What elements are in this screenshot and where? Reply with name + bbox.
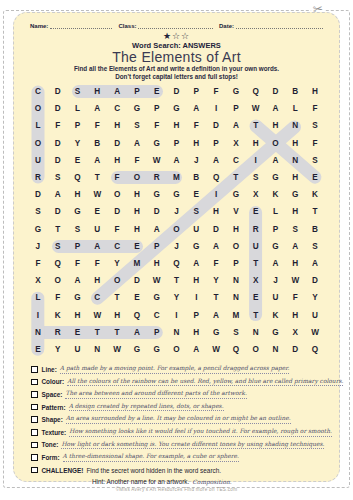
grid-cell: N: [226, 289, 246, 306]
grid-cell: Y: [305, 289, 325, 306]
grid-cell: I: [28, 306, 48, 323]
checklist-item-pattern: Pattern:A design created by repeated lin…: [24, 401, 329, 414]
grid-cell: Q: [48, 255, 68, 272]
grid-cell: F: [28, 255, 48, 272]
grid-cell: D: [305, 272, 325, 289]
grid-cell: D: [48, 203, 68, 220]
letter-grid: CDSHAPEDPFGQDBHODLACGPGAIPWALFLFPFHSFHFD…: [28, 83, 325, 358]
grid-cell: J: [186, 152, 206, 169]
grid-cell: Q: [206, 169, 226, 186]
grid-cell: G: [226, 186, 246, 203]
grid-cell: F: [87, 255, 107, 272]
grid-cell: O: [127, 169, 147, 186]
grid-cell: L: [28, 289, 48, 306]
word-checkbox[interactable]: [31, 442, 38, 449]
grid-cell: K: [266, 186, 286, 203]
grid-cell: V: [226, 203, 246, 220]
grid-cell: N: [87, 341, 107, 358]
grid-cell: H: [186, 135, 206, 152]
grid-cell: C: [107, 238, 127, 255]
grid-cell: T: [246, 306, 266, 323]
grid-cell: F: [107, 169, 127, 186]
grid-cell: Q: [167, 255, 187, 272]
grid-cell: A: [127, 135, 147, 152]
grid-cell: A: [147, 221, 167, 238]
word-label: Texture:: [42, 429, 67, 436]
grid-cell: H: [186, 272, 206, 289]
grid-cell: T: [246, 117, 266, 134]
grid-cell: F: [305, 100, 325, 117]
grid-cell: D: [285, 341, 305, 358]
grid-cell: H: [127, 221, 147, 238]
name-write-line[interactable]: [50, 22, 112, 29]
grid-cell: D: [127, 272, 147, 289]
grid-cell: T: [107, 289, 127, 306]
grid-cell: A: [186, 100, 206, 117]
word-label: Colour:: [42, 378, 65, 385]
grid-cell: G: [147, 135, 167, 152]
grid-cell: N: [266, 341, 286, 358]
grid-cell: S: [48, 238, 68, 255]
class-label: Class:: [118, 23, 136, 29]
grid-cell: S: [246, 169, 266, 186]
worksheet-card: Name: Class: Date: ★☆☆ Word Search: ANSW…: [13, 12, 340, 482]
grid-cell: D: [48, 152, 68, 169]
grid-cell: Y: [68, 135, 88, 152]
grid-cell: X: [285, 324, 305, 341]
grid-cell: S: [48, 169, 68, 186]
grid-cell: H: [246, 135, 266, 152]
grid-cell: Q: [68, 169, 88, 186]
grid-cell: U: [266, 289, 286, 306]
grid-cell: G: [206, 324, 226, 341]
word-checkbox[interactable]: [31, 416, 38, 423]
word-checkbox[interactable]: [31, 379, 38, 386]
grid-cell: H: [127, 203, 147, 220]
grid-cell: Y: [48, 341, 68, 358]
grid-cell: T: [87, 169, 107, 186]
grid-cell: P: [206, 135, 226, 152]
grid-cell: E: [87, 203, 107, 220]
grid-cell: O: [266, 135, 286, 152]
grid-cell: P: [186, 306, 206, 323]
word-definition: A design created by repeated lines, dots…: [69, 403, 224, 412]
grid-cell: H: [285, 135, 305, 152]
word-label: Tone:: [42, 441, 59, 448]
instructions-line-2: Don't forget capital letters and full st…: [24, 73, 329, 81]
grid-cell: F: [48, 289, 68, 306]
grid-cell: S: [68, 221, 88, 238]
grid-cell: X: [246, 272, 266, 289]
grid-cell: E: [68, 324, 88, 341]
grid-cell: L: [266, 203, 286, 220]
grid-cell: H: [186, 324, 206, 341]
grid-cell: P: [68, 117, 88, 134]
grid-cell: D: [28, 186, 48, 203]
grid-cell: N: [226, 272, 246, 289]
grid-cell: P: [147, 100, 167, 117]
grid-cell: A: [206, 238, 226, 255]
grid-cell: P: [127, 83, 147, 100]
grid-cell: E: [305, 169, 325, 186]
grid-cell: W: [305, 324, 325, 341]
grid-cell: A: [48, 186, 68, 203]
word-definition: An area surrounded by a line. It may be …: [66, 415, 291, 424]
grid-cell: G: [285, 186, 305, 203]
grid-cell: A: [305, 255, 325, 272]
page-title: The Elements of Art: [24, 50, 329, 65]
word-definition: How something looks like it would feel i…: [69, 428, 332, 437]
grid-cell: G: [266, 238, 286, 255]
grid-cell: H: [147, 255, 167, 272]
grid-cell: A: [206, 152, 226, 169]
grid-cell: O: [28, 135, 48, 152]
grid-cell: I: [186, 289, 206, 306]
grid-cell: T: [206, 289, 226, 306]
grid-cell: B: [305, 221, 325, 238]
grid-cell: W: [147, 152, 167, 169]
grid-cell: F: [206, 83, 226, 100]
grid-cell: U: [246, 238, 266, 255]
grid-cell: G: [68, 289, 88, 306]
grid-cell: W: [206, 341, 226, 358]
grid-cell: G: [127, 100, 147, 117]
grid-cell: D: [206, 221, 226, 238]
grid-cell: T: [226, 169, 246, 186]
grid-cell: F: [206, 255, 226, 272]
grid-cell: O: [167, 341, 187, 358]
grid-cell: H: [87, 83, 107, 100]
grid-cell: P: [266, 221, 286, 238]
grid-cell: A: [107, 83, 127, 100]
grid-cell: F: [107, 221, 127, 238]
grid-cell: K: [305, 186, 325, 203]
grid-cell: C: [87, 289, 107, 306]
word-checkbox[interactable]: [31, 429, 38, 436]
grid-cell: S: [28, 203, 48, 220]
grid-cell: Q: [305, 341, 325, 358]
grid-cell: O: [48, 272, 68, 289]
grid-cell: F: [186, 117, 206, 134]
word-label: Line:: [42, 366, 57, 373]
grid-cell: D: [48, 100, 68, 117]
grid-cell: G: [28, 221, 48, 238]
grid-cell: D: [107, 203, 127, 220]
grid-cell: O: [246, 341, 266, 358]
grid-cell: A: [226, 117, 246, 134]
challenge-row: CHALLENGE! Find the secret word hidden i…: [24, 464, 329, 477]
grid-cell: M: [226, 306, 246, 323]
grid-cell: S: [285, 221, 305, 238]
grid-cell: D: [48, 83, 68, 100]
grid-cell: E: [28, 341, 48, 358]
grid-cell: A: [266, 255, 286, 272]
grid-cell: U: [28, 152, 48, 169]
grid-cell: J: [167, 238, 187, 255]
word-checklist: Line:A path made by a moving point. For …: [24, 363, 329, 464]
grid-cell: L: [285, 100, 305, 117]
grid-cell: P: [147, 238, 167, 255]
grid-cell: T: [87, 324, 107, 341]
grid-cell: S: [226, 324, 246, 341]
grid-cell: X: [28, 272, 48, 289]
grid-cell: G: [147, 186, 167, 203]
grid-cell: Y: [167, 289, 187, 306]
grid-cell: B: [186, 169, 206, 186]
grid-cell: L: [28, 117, 48, 134]
grid-cell: O: [226, 238, 246, 255]
grid-cell: A: [266, 152, 286, 169]
challenge-hint-row: Hint: Another name for an artwork. Compo…: [24, 476, 329, 487]
grid-cell: F: [147, 117, 167, 134]
grid-cell: B: [87, 135, 107, 152]
checklist-item-tone: Tone:How light or dark something is. You…: [24, 439, 329, 452]
grid-cell: E: [246, 203, 266, 220]
word-definition: A three-dimensional shape. For example, …: [63, 453, 239, 462]
grid-cell: O: [167, 221, 187, 238]
grid-cell: G: [68, 203, 88, 220]
grid-cell: H: [107, 117, 127, 134]
grid-cell: D: [107, 135, 127, 152]
grid-cell: A: [206, 306, 226, 323]
date-write-line[interactable]: [236, 22, 323, 29]
grid-cell: D: [167, 83, 187, 100]
grid-cell: F: [127, 152, 147, 169]
word-checkbox[interactable]: [31, 404, 38, 411]
grid-cell: O: [107, 186, 127, 203]
grid-cell: H: [285, 306, 305, 323]
grid-cell: H: [68, 306, 88, 323]
grid-cell: A: [266, 100, 286, 117]
grid-cell: F: [68, 255, 88, 272]
grid-cell: T: [48, 221, 68, 238]
checklist-item-space: Space:The area between and around differ…: [24, 388, 329, 401]
grid-cell: G: [226, 83, 246, 100]
grid-cell: H: [285, 255, 305, 272]
challenge-answer: Composition.: [192, 479, 231, 485]
grid-cell: P: [226, 255, 246, 272]
grid-cell: G: [167, 100, 187, 117]
grid-cell: H: [107, 306, 127, 323]
name-label: Name:: [30, 23, 48, 29]
grid-cell: R: [246, 221, 266, 238]
grid-cell: W: [87, 186, 107, 203]
grid-cell: Y: [206, 272, 226, 289]
grid-cell: C: [28, 83, 48, 100]
grid-cell: P: [226, 100, 246, 117]
grid-cell: W: [147, 272, 167, 289]
checklist-item-texture: Texture:How something looks like it woul…: [24, 426, 329, 439]
checklist-item-colour: Colour:All the colours of the rainbow ca…: [24, 376, 329, 389]
grid-cell: M: [167, 169, 187, 186]
word-checkbox[interactable]: [31, 391, 38, 398]
grid-cell: O: [28, 100, 48, 117]
word-definition: The area between and around different pa…: [65, 390, 246, 399]
grid-cell: H: [167, 117, 187, 134]
grid-cell: R: [147, 169, 167, 186]
grid-cell: N: [285, 152, 305, 169]
date-label: Date:: [219, 23, 234, 29]
grid-cell: E: [246, 289, 266, 306]
grid-cell: G: [127, 341, 147, 358]
grid-cell: W: [285, 272, 305, 289]
credit-line: ©Miss Avery's Art Resources Find more on…: [0, 487, 353, 492]
word-checkbox[interactable]: [31, 454, 38, 461]
grid-cell: A: [87, 238, 107, 255]
grid-cell: G: [266, 169, 286, 186]
grid-cell: N: [246, 324, 266, 341]
grid-cell: H: [305, 83, 325, 100]
grid-cell: J: [167, 203, 187, 220]
grid-cell: G: [147, 289, 167, 306]
grid-cell: A: [87, 152, 107, 169]
grid-cell: F: [48, 117, 68, 134]
grid-cell: X: [226, 135, 246, 152]
grid-cell: K: [266, 306, 286, 323]
challenge-text: Find the secret word hidden in the word …: [86, 467, 221, 474]
grid-cell: G: [147, 341, 167, 358]
challenge-label: CHALLENGE!: [42, 467, 84, 474]
word-label: Form:: [42, 454, 60, 461]
grid-cell: H: [285, 203, 305, 220]
grid-cell: P: [68, 238, 88, 255]
class-write-line[interactable]: [138, 22, 213, 29]
word-label: Space:: [42, 391, 63, 398]
grid-cell: F: [87, 117, 107, 134]
grid-cell: P: [167, 135, 187, 152]
grid-cell: E: [127, 289, 147, 306]
grid-cell: H: [87, 272, 107, 289]
grid-cell: A: [167, 152, 187, 169]
grid-cell: J: [28, 238, 48, 255]
grid-cell: F: [285, 289, 305, 306]
grid-cell: E: [186, 186, 206, 203]
instructions-line-1: Find all the Elements of Art and write a…: [24, 65, 329, 73]
word-definition: How light or dark something is. You crea…: [61, 441, 324, 450]
grid-cell: E: [127, 238, 147, 255]
grid-cell: S: [68, 83, 88, 100]
checklist-item-shape: Shape:An area surrounded by a line. It m…: [24, 413, 329, 426]
grid-cell: U: [87, 221, 107, 238]
grid-cell: H: [68, 186, 88, 203]
grid-cell: M: [127, 255, 147, 272]
grid-cell: F: [305, 135, 325, 152]
grid-cell: L: [68, 100, 88, 117]
grid-cell: G: [186, 238, 206, 255]
grid-cell: A: [186, 255, 206, 272]
grid-cell: W: [107, 341, 127, 358]
grid-cell: U: [68, 341, 88, 358]
grid-cell: I: [167, 306, 187, 323]
grid-cell: H: [266, 117, 286, 134]
grid-cell: C: [226, 152, 246, 169]
challenge-checkbox[interactable]: [31, 467, 38, 474]
grid-cell: Y: [107, 255, 127, 272]
grid-cell: G: [266, 324, 286, 341]
grid-cell: A: [68, 272, 88, 289]
grid-cell: A: [186, 341, 206, 358]
grid-cell: N: [285, 117, 305, 134]
grid-cell: Q: [127, 306, 147, 323]
grid-cell: S: [305, 152, 325, 169]
grid-cell: K: [48, 306, 68, 323]
grid-cell: A: [127, 324, 147, 341]
grid-cell: H: [226, 221, 246, 238]
grid-cell: A: [285, 238, 305, 255]
word-label: Shape:: [42, 416, 63, 423]
grid-cell: T: [107, 324, 127, 341]
grid-cell: R: [28, 169, 48, 186]
grid-cell: R: [48, 324, 68, 341]
grid-cell: I: [206, 186, 226, 203]
grid-cell: G: [167, 186, 187, 203]
grid-cell: E: [68, 152, 88, 169]
grid-cell: A: [87, 100, 107, 117]
grid-cell: S: [186, 203, 206, 220]
grid-cell: B: [285, 83, 305, 100]
difficulty-stars: ★☆☆: [24, 31, 329, 41]
word-definition: All the colours of the rainbow can be us…: [67, 378, 343, 387]
checklist-item-form: Form:A three-dimensional shape. For exam…: [24, 451, 329, 464]
grid-cell: H: [127, 186, 147, 203]
grid-cell: T: [246, 255, 266, 272]
grid-cell: N: [28, 324, 48, 341]
grid-cell: S: [305, 117, 325, 134]
grid-cell: D: [206, 117, 226, 134]
word-definition: A path made by a moving point. For examp…: [60, 365, 290, 374]
grid-cell: P: [147, 324, 167, 341]
grid-cell: X: [246, 186, 266, 203]
grid-cell: S: [305, 238, 325, 255]
grid-cell: U: [186, 221, 206, 238]
grid-cell: C: [147, 306, 167, 323]
grid-cell: D: [266, 83, 286, 100]
name-class-date-row: Name: Class: Date:: [24, 18, 329, 29]
word-label: Pattern:: [42, 404, 66, 411]
grid-cell: U: [305, 306, 325, 323]
grid-cell: D: [147, 203, 167, 220]
grid-cell: P: [186, 83, 206, 100]
grid-cell: C: [107, 100, 127, 117]
grid-cell: Q: [246, 83, 266, 100]
grid-cell: H: [107, 152, 127, 169]
grid-cell: T: [167, 272, 187, 289]
grid-cell: I: [206, 100, 226, 117]
challenge-hint: Hint: Another name for an artwork.: [92, 478, 189, 485]
grid-cell: E: [147, 83, 167, 100]
grid-cell: Q: [226, 341, 246, 358]
word-checkbox[interactable]: [31, 366, 38, 373]
grid-cell: H: [206, 203, 226, 220]
grid-cell: S: [127, 117, 147, 134]
grid-cell: W: [246, 100, 266, 117]
wordsearch-board: CDSHAPEDPFGQDBHODLACGPGAIPWALFLFPFHSFHFD…: [28, 83, 325, 358]
grid-cell: O: [107, 272, 127, 289]
grid-cell: N: [167, 324, 187, 341]
grid-cell: T: [305, 203, 325, 220]
checklist-item-line: Line:A path made by a moving point. For …: [24, 363, 329, 376]
grid-cell: H: [285, 169, 305, 186]
grid-cell: W: [87, 306, 107, 323]
grid-cell: J: [266, 272, 286, 289]
grid-cell: D: [48, 135, 68, 152]
grid-cell: I: [246, 152, 266, 169]
